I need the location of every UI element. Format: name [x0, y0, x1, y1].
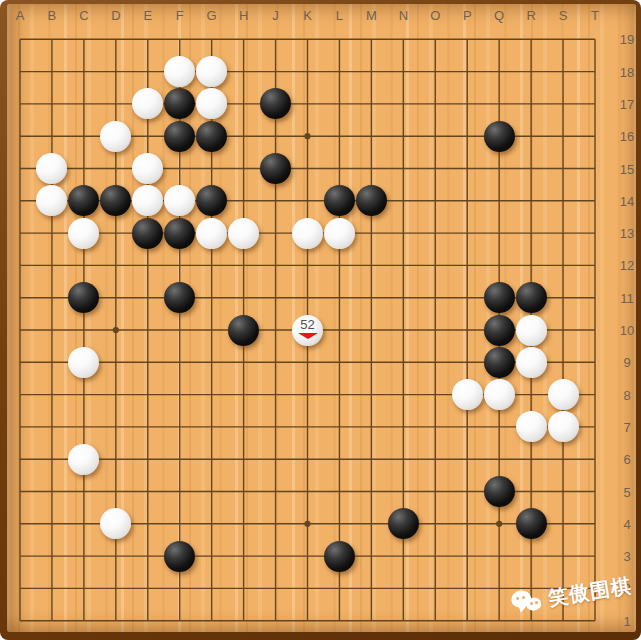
col-label-C: C — [75, 8, 93, 23]
move-number: 52 — [292, 317, 323, 332]
white-stone-C6 — [68, 444, 99, 475]
white-stone-G13 — [196, 218, 227, 249]
black-stone-Q5 — [484, 476, 515, 507]
black-stone-G16 — [196, 121, 227, 152]
col-label-G: G — [203, 8, 221, 23]
black-stone-F16 — [164, 121, 195, 152]
col-label-R: R — [522, 8, 540, 23]
black-stone-N4 — [388, 508, 419, 539]
chat-bubble-small — [525, 597, 542, 612]
col-label-Q: Q — [490, 8, 508, 23]
white-stone-Q8 — [484, 379, 515, 410]
black-stone-Q16 — [484, 121, 515, 152]
go-board-screenshot: ABCDEFGHJKLMNOPQRST 19181716151413121110… — [0, 0, 641, 640]
row-label-9: 9 — [617, 355, 637, 370]
row-label-11: 11 — [617, 291, 637, 306]
chat-bubble-tail — [516, 605, 526, 617]
row-label-5: 5 — [617, 485, 637, 500]
white-stone-R7 — [516, 411, 547, 442]
white-stone-L13 — [324, 218, 355, 249]
col-label-K: K — [299, 8, 317, 23]
col-label-N: N — [394, 8, 412, 23]
col-label-P: P — [458, 8, 476, 23]
black-stone-R4 — [516, 508, 547, 539]
row-label-15: 15 — [617, 162, 637, 177]
row-label-13: 13 — [617, 226, 637, 241]
col-label-J: J — [267, 8, 285, 23]
bubble-eye — [530, 602, 533, 605]
black-stone-Q10 — [484, 315, 515, 346]
last-move-marker-triangle — [298, 333, 318, 339]
white-stone-D16 — [100, 121, 131, 152]
wechat-bubbles-icon — [510, 586, 546, 618]
col-label-E: E — [139, 8, 157, 23]
row-label-1: 1 — [617, 614, 637, 629]
col-label-B: B — [43, 8, 61, 23]
col-label-D: D — [107, 8, 125, 23]
white-stone-H13 — [228, 218, 259, 249]
row-label-18: 18 — [617, 65, 637, 80]
black-stone-Q11 — [484, 282, 515, 313]
black-stone-E13 — [132, 218, 163, 249]
col-label-T: T — [586, 8, 604, 23]
white-stone-C9 — [68, 347, 99, 378]
last-move-stone-K10: 52 — [292, 315, 323, 346]
row-label-4: 4 — [617, 517, 637, 532]
black-stone-J15 — [260, 153, 291, 184]
row-label-10: 10 — [617, 323, 637, 338]
col-label-L: L — [330, 8, 348, 23]
white-stone-K13 — [292, 218, 323, 249]
black-stone-F3 — [164, 541, 195, 572]
white-stone-C13 — [68, 218, 99, 249]
row-label-17: 17 — [617, 97, 637, 112]
row-label-3: 3 — [617, 549, 637, 564]
col-label-S: S — [554, 8, 572, 23]
col-label-H: H — [235, 8, 253, 23]
row-label-16: 16 — [617, 129, 637, 144]
row-label-6: 6 — [617, 452, 637, 467]
white-stone-S8 — [548, 379, 579, 410]
row-label-8: 8 — [617, 388, 637, 403]
black-stone-R11 — [516, 282, 547, 313]
col-label-O: O — [426, 8, 444, 23]
row-label-14: 14 — [617, 194, 637, 209]
black-stone-L3 — [324, 541, 355, 572]
black-stone-Q9 — [484, 347, 515, 378]
col-label-A: A — [11, 8, 29, 23]
bubble-eye — [535, 601, 538, 604]
row-label-12: 12 — [617, 258, 637, 273]
white-stone-P8 — [452, 379, 483, 410]
row-label-19: 19 — [617, 32, 637, 47]
black-stone-F13 — [164, 218, 195, 249]
col-label-M: M — [362, 8, 380, 23]
row-label-7: 7 — [617, 420, 637, 435]
white-stone-S7 — [548, 411, 579, 442]
black-stone-M14 — [356, 185, 387, 216]
black-stone-H10 — [228, 315, 259, 346]
white-stone-R9 — [516, 347, 547, 378]
white-stone-R10 — [516, 315, 547, 346]
col-label-F: F — [171, 8, 189, 23]
